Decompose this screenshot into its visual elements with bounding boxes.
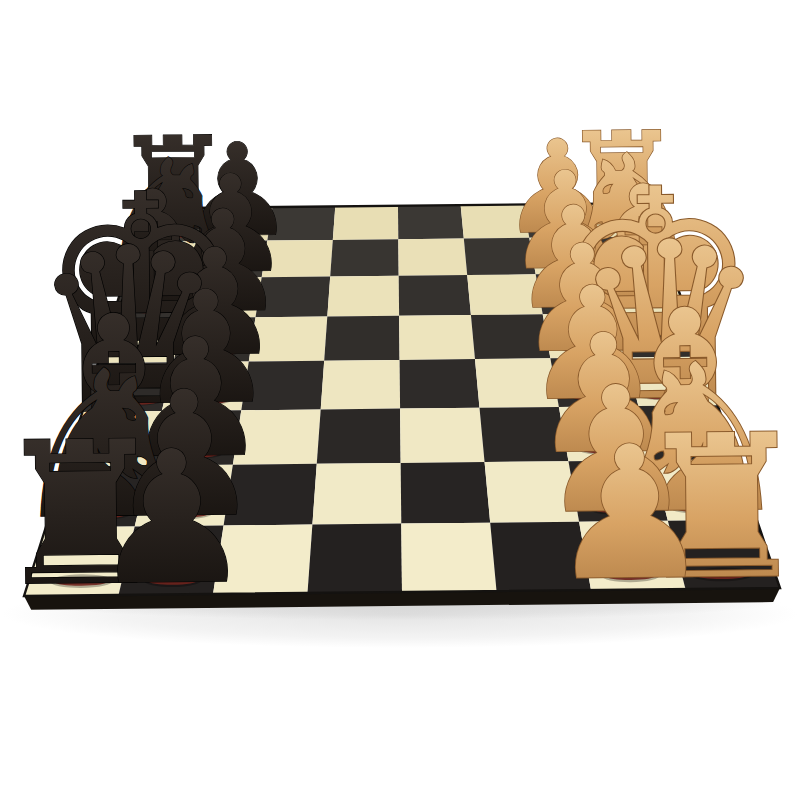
square-e5[interactable]: [324, 316, 400, 361]
square-d5[interactable]: [320, 360, 400, 410]
chessboard: ♜♜♟♟♞♞♟♟♝♝♟♟♚♚♟♟♛♛♟♟♝♝♟♟♞♞♟♟♜♜♟♟: [0, 0, 800, 800]
square-b4[interactable]: [401, 462, 491, 524]
square-g4[interactable]: [398, 238, 467, 275]
square-f5[interactable]: [327, 276, 399, 317]
square-e4[interactable]: [399, 315, 475, 360]
square-c4[interactable]: [400, 408, 484, 463]
square-f4[interactable]: [399, 275, 471, 316]
square-d4[interactable]: [400, 359, 480, 409]
square-b5[interactable]: [312, 463, 402, 525]
piece-black-pawn-a7[interactable]: ♟: [89, 411, 255, 626]
square-a4[interactable]: [401, 523, 496, 592]
square-h5[interactable]: [332, 206, 398, 240]
scene: ♜♜♟♟♞♞♟♟♝♝♟♟♚♚♟♟♛♛♟♟♝♝♟♟♞♞♟♟♜♜♟♟: [0, 0, 800, 800]
square-c5[interactable]: [316, 409, 400, 464]
square-a5[interactable]: [307, 524, 402, 593]
square-g5[interactable]: [330, 239, 399, 276]
piece-white-pawn-a2[interactable]: ♟: [547, 406, 713, 621]
square-h4[interactable]: [398, 205, 464, 239]
